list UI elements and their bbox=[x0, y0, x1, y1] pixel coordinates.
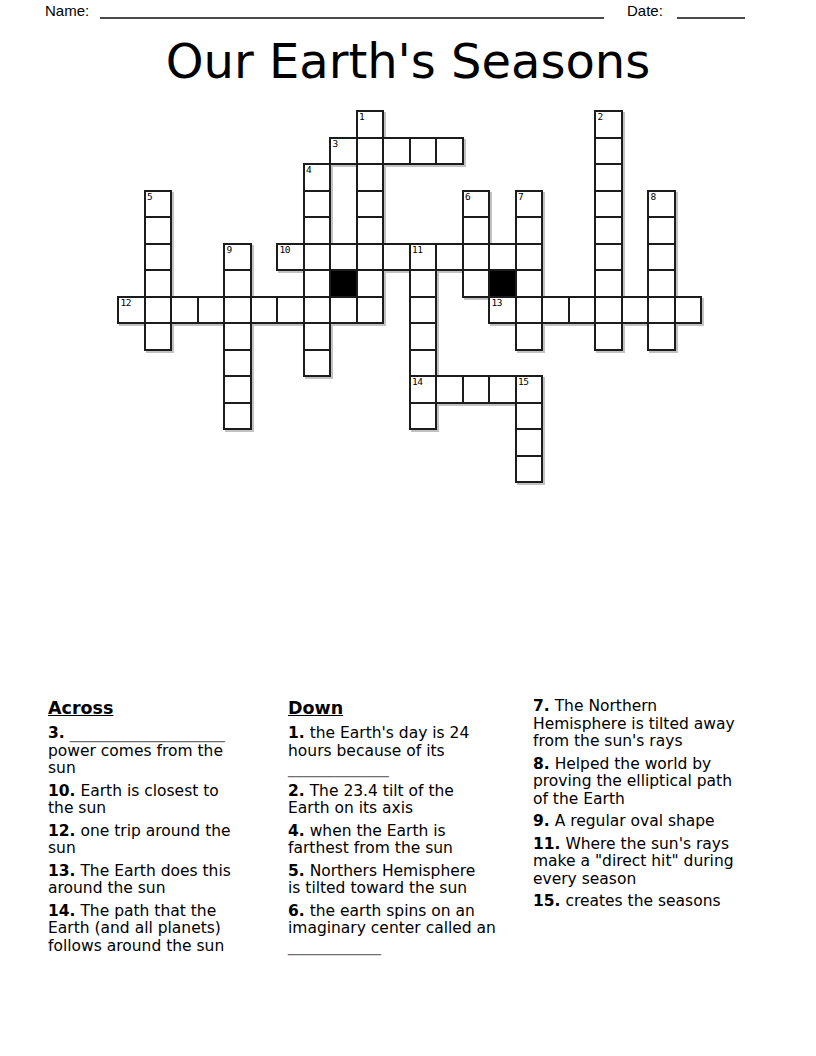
grid-cell-r3-c15[interactable]: 7 bbox=[515, 190, 544, 219]
grid-cell-r5-c18[interactable] bbox=[594, 243, 623, 272]
clue-down-6-text: the earth spins on an imaginary center c… bbox=[288, 902, 496, 955]
clue-across-14-number: 14. bbox=[48, 902, 75, 920]
clue-number-4: 4 bbox=[306, 165, 311, 174]
down-clue-list-continued: 7. The Northern Hemisphere is tilted awa… bbox=[533, 698, 765, 911]
grid-block-r6-c14 bbox=[488, 269, 517, 298]
grid-cell-r0-c18[interactable]: 2 bbox=[594, 110, 623, 139]
clue-down-5: 5. Northers Hemisphere is tilted toward … bbox=[288, 863, 520, 898]
grid-cell-r5-c20[interactable] bbox=[647, 243, 676, 272]
grid-cell-r10-c15[interactable]: 15 bbox=[515, 375, 544, 404]
grid-cell-r6-c18[interactable] bbox=[594, 269, 623, 298]
clue-down-15-number: 15. bbox=[533, 892, 560, 910]
grid-cell-r7-c3[interactable] bbox=[197, 296, 226, 325]
grid-cell-r1-c8[interactable]: 3 bbox=[329, 137, 358, 166]
grid-block-r6-c8 bbox=[329, 269, 358, 298]
clue-across-10: 10. Earth is closest to the sun bbox=[48, 783, 280, 818]
clue-across-13-text: The Earth does this around the sun bbox=[48, 862, 231, 898]
clue-number-5: 5 bbox=[147, 192, 152, 201]
clue-down-11-number: 11. bbox=[533, 835, 560, 853]
clue-number-11: 11 bbox=[412, 245, 422, 254]
clue-down-15: 15. creates the seasons bbox=[533, 893, 765, 911]
grid-cell-r8-c4[interactable] bbox=[223, 322, 252, 351]
grid-cell-r6-c4[interactable] bbox=[223, 269, 252, 298]
grid-cell-r12-c15[interactable] bbox=[515, 428, 544, 457]
down-clue-list: 1. the Earth's day is 24 hours because o… bbox=[288, 725, 520, 955]
grid-cell-r6-c9[interactable] bbox=[356, 269, 385, 298]
grid-cell-r7-c18[interactable] bbox=[594, 296, 623, 325]
grid-cell-r9-c11[interactable] bbox=[409, 349, 438, 378]
grid-cell-r7-c20[interactable] bbox=[647, 296, 676, 325]
grid-cell-r7-c21[interactable] bbox=[674, 296, 703, 325]
grid-cell-r7-c4[interactable] bbox=[223, 296, 252, 325]
grid-cell-r5-c9[interactable] bbox=[356, 243, 385, 272]
grid-cell-r7-c14[interactable]: 13 bbox=[488, 296, 517, 325]
grid-cell-r3-c18[interactable] bbox=[594, 190, 623, 219]
clue-down-7-number: 7. bbox=[533, 697, 550, 715]
name-blank-line[interactable] bbox=[100, 2, 604, 19]
clue-down-15-text: creates the seasons bbox=[565, 892, 720, 910]
grid-cell-r4-c9[interactable] bbox=[356, 216, 385, 245]
down-clues-column: Down 1. the Earth's day is 24 hours beca… bbox=[288, 698, 520, 960]
clue-down-9-text: A regular oval shape bbox=[555, 812, 715, 830]
grid-cell-r6-c15[interactable] bbox=[515, 269, 544, 298]
grid-cell-r8-c20[interactable] bbox=[647, 322, 676, 351]
clue-across-14-text: The path that the Earth (and all planets… bbox=[48, 902, 224, 955]
grid-cell-r7-c8[interactable] bbox=[329, 296, 358, 325]
grid-cell-r5-c13[interactable] bbox=[462, 243, 491, 272]
clue-down-8-number: 8. bbox=[533, 755, 550, 773]
clue-number-7: 7 bbox=[518, 192, 523, 201]
grid-cell-r5-c15[interactable] bbox=[515, 243, 544, 272]
grid-cell-r4-c15[interactable] bbox=[515, 216, 544, 245]
across-clue-list: 3. ____________________ power comes from… bbox=[48, 725, 280, 955]
grid-cell-r0-c9[interactable]: 1 bbox=[356, 110, 385, 139]
clue-down-11-text: Where the sun's rays make a "direct hit"… bbox=[533, 835, 734, 888]
grid-cell-r11-c4[interactable] bbox=[223, 402, 252, 431]
clue-number-3: 3 bbox=[333, 139, 338, 148]
clue-number-14: 14 bbox=[412, 377, 422, 386]
grid-cell-r7-c7[interactable] bbox=[303, 296, 332, 325]
clue-across-13: 13. The Earth does this around the sun bbox=[48, 863, 280, 898]
grid-cell-r7-c1[interactable] bbox=[144, 296, 173, 325]
grid-cell-r6-c1[interactable] bbox=[144, 269, 173, 298]
grid-cell-r6-c20[interactable] bbox=[647, 269, 676, 298]
grid-cell-r6-c7[interactable] bbox=[303, 269, 332, 298]
clue-down-4-number: 4. bbox=[288, 822, 305, 840]
grid-cell-r3-c7[interactable] bbox=[303, 190, 332, 219]
clue-down-5-text: Northers Hemisphere is tilted toward the… bbox=[288, 862, 475, 898]
grid-cell-r1-c10[interactable] bbox=[382, 137, 411, 166]
grid-cell-r6-c11[interactable] bbox=[409, 269, 438, 298]
clue-down-6: 6. the earth spins on an imaginary cente… bbox=[288, 903, 520, 956]
grid-cell-r8-c18[interactable] bbox=[594, 322, 623, 351]
grid-cell-r1-c11[interactable] bbox=[409, 137, 438, 166]
clue-down-1-number: 1. bbox=[288, 724, 305, 742]
grid-cell-r9-c4[interactable] bbox=[223, 349, 252, 378]
grid-cell-r7-c11[interactable] bbox=[409, 296, 438, 325]
grid-cell-r4-c1[interactable] bbox=[144, 216, 173, 245]
grid-cell-r1-c12[interactable] bbox=[435, 137, 464, 166]
clue-number-9: 9 bbox=[227, 245, 232, 254]
clue-down-4: 4. when the Earth is farthest from the s… bbox=[288, 823, 520, 858]
answer-blank: ____________________ bbox=[70, 724, 225, 742]
clue-down-2-text: The 23.4 tilt of the Earth on its axis bbox=[288, 782, 454, 818]
grid-cell-r5-c7[interactable] bbox=[303, 243, 332, 272]
down-clues-continued-column: 7. The Northern Hemisphere is tilted awa… bbox=[533, 698, 765, 916]
clue-down-11: 11. Where the sun's rays make a "direct … bbox=[533, 836, 765, 889]
clue-down-4-text: when the Earth is farthest from the sun bbox=[288, 822, 453, 858]
clue-across-3: 3. ____________________ power comes from… bbox=[48, 725, 280, 778]
date-label: Date: bbox=[627, 2, 663, 19]
clue-down-8-text: Helped the world by proving the elliptic… bbox=[533, 755, 732, 808]
grid-cell-r2-c7[interactable]: 4 bbox=[303, 163, 332, 192]
clue-down-9: 9. A regular oval shape bbox=[533, 813, 765, 831]
clue-down-6-number: 6. bbox=[288, 902, 305, 920]
crossword-worksheet-page: Name: Date: Our Earth's Seasons 12345678… bbox=[0, 0, 816, 1056]
grid-cell-r7-c19[interactable] bbox=[621, 296, 650, 325]
grid-cell-r3-c20[interactable]: 8 bbox=[647, 190, 676, 219]
grid-cell-r2-c18[interactable] bbox=[594, 163, 623, 192]
clue-across-12-number: 12. bbox=[48, 822, 75, 840]
grid-cell-r7-c16[interactable] bbox=[541, 296, 570, 325]
date-blank-line[interactable] bbox=[677, 2, 745, 19]
puzzle-title: Our Earth's Seasons bbox=[0, 33, 816, 89]
grid-cell-r7-c17[interactable] bbox=[568, 296, 597, 325]
grid-cell-r7-c0[interactable]: 12 bbox=[117, 296, 146, 325]
clue-down-2: 2. The 23.4 tilt of the Earth on its axi… bbox=[288, 783, 520, 818]
grid-cell-r11-c11[interactable] bbox=[409, 402, 438, 431]
answer-blank: ____________ bbox=[288, 937, 381, 955]
across-header: Across bbox=[48, 698, 280, 718]
grid-cell-r8-c1[interactable] bbox=[144, 322, 173, 351]
clue-down-2-number: 2. bbox=[288, 782, 305, 800]
grid-cell-r9-c7[interactable] bbox=[303, 349, 332, 378]
grid-cell-r7-c2[interactable] bbox=[170, 296, 199, 325]
clue-down-9-number: 9. bbox=[533, 812, 550, 830]
clue-across-3-text: ____________________ power comes from th… bbox=[48, 724, 225, 777]
clue-across-3-number: 3. bbox=[48, 724, 65, 742]
grid-cell-r8-c11[interactable] bbox=[409, 322, 438, 351]
grid-cell-r13-c15[interactable] bbox=[515, 455, 544, 484]
grid-cell-r8-c15[interactable] bbox=[515, 322, 544, 351]
name-label: Name: bbox=[45, 2, 89, 19]
clue-across-13-number: 13. bbox=[48, 862, 75, 880]
grid-cell-r3-c13[interactable]: 6 bbox=[462, 190, 491, 219]
grid-cell-r7-c15[interactable] bbox=[515, 296, 544, 325]
grid-cell-r4-c20[interactable] bbox=[647, 216, 676, 245]
grid-cell-r5-c10[interactable] bbox=[382, 243, 411, 272]
clue-number-12: 12 bbox=[121, 298, 131, 307]
clue-across-14: 14. The path that the Earth (and all pla… bbox=[48, 903, 280, 956]
grid-cell-r6-c13[interactable] bbox=[462, 269, 491, 298]
clue-number-15: 15 bbox=[518, 377, 528, 386]
grid-cell-r5-c4[interactable]: 9 bbox=[223, 243, 252, 272]
clue-across-10-number: 10. bbox=[48, 782, 75, 800]
grid-cell-r10-c4[interactable] bbox=[223, 375, 252, 404]
grid-cell-r11-c15[interactable] bbox=[515, 402, 544, 431]
clue-number-1: 1 bbox=[359, 112, 364, 121]
grid-cell-r5-c1[interactable] bbox=[144, 243, 173, 272]
grid-cell-r10-c12[interactable] bbox=[435, 375, 464, 404]
grid-cell-r7-c6[interactable] bbox=[276, 296, 305, 325]
grid-cell-r3-c9[interactable] bbox=[356, 190, 385, 219]
down-header: Down bbox=[288, 698, 520, 718]
grid-cell-r5-c6[interactable]: 10 bbox=[276, 243, 305, 272]
clue-down-5-number: 5. bbox=[288, 862, 305, 880]
clue-down-1: 1. the Earth's day is 24 hours because o… bbox=[288, 725, 520, 778]
clue-number-6: 6 bbox=[465, 192, 470, 201]
grid-cell-r4-c18[interactable] bbox=[594, 216, 623, 245]
clue-number-2: 2 bbox=[598, 112, 603, 121]
grid-cell-r8-c7[interactable] bbox=[303, 322, 332, 351]
clue-down-1-text: the Earth's day is 24 hours because of i… bbox=[288, 724, 469, 777]
clue-number-8: 8 bbox=[651, 192, 656, 201]
grid-cell-r2-c9[interactable] bbox=[356, 163, 385, 192]
grid-cell-r5-c8[interactable] bbox=[329, 243, 358, 272]
grid-cell-r5-c11[interactable]: 11 bbox=[409, 243, 438, 272]
grid-cell-r7-c9[interactable] bbox=[356, 296, 385, 325]
clue-down-8: 8. Helped the world by proving the ellip… bbox=[533, 756, 765, 809]
clue-number-10: 10 bbox=[280, 245, 290, 254]
clue-down-7: 7. The Northern Hemisphere is tilted awa… bbox=[533, 698, 765, 751]
grid-cell-r1-c18[interactable] bbox=[594, 137, 623, 166]
grid-cell-r10-c13[interactable] bbox=[462, 375, 491, 404]
clue-down-7-text: The Northern Hemisphere is tilted away f… bbox=[533, 697, 735, 750]
answer-blank: _____________ bbox=[288, 759, 389, 777]
grid-cell-r4-c13[interactable] bbox=[462, 216, 491, 245]
grid-cell-r3-c1[interactable]: 5 bbox=[144, 190, 173, 219]
grid-cell-r7-c5[interactable] bbox=[250, 296, 279, 325]
grid-cell-r1-c9[interactable] bbox=[356, 137, 385, 166]
grid-cell-r4-c7[interactable] bbox=[303, 216, 332, 245]
grid-cell-r10-c11[interactable]: 14 bbox=[409, 375, 438, 404]
clue-number-13: 13 bbox=[492, 298, 502, 307]
grid-cell-r5-c14[interactable] bbox=[488, 243, 517, 272]
crossword-grid: 123456789101112131415 bbox=[117, 110, 700, 481]
grid-cell-r10-c14[interactable] bbox=[488, 375, 517, 404]
clue-across-12: 12. one trip around the sun bbox=[48, 823, 280, 858]
grid-cell-r5-c12[interactable] bbox=[435, 243, 464, 272]
across-clues-column: Across 3. ____________________ power com… bbox=[48, 698, 280, 960]
clue-across-12-text: one trip around the sun bbox=[48, 822, 231, 858]
